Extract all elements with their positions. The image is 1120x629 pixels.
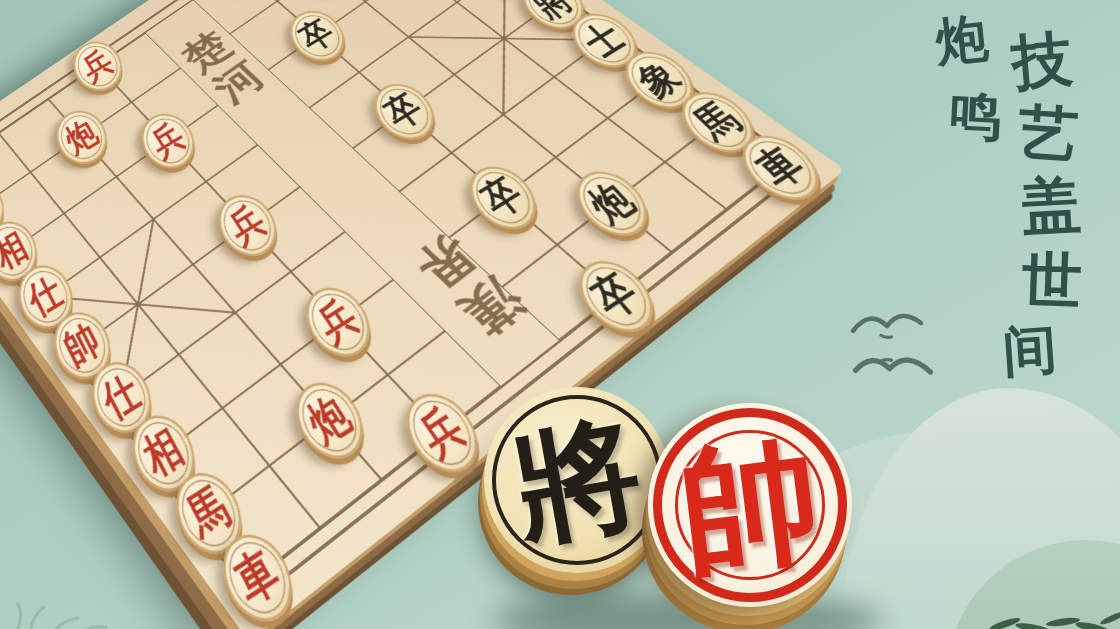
bird-icon bbox=[852, 348, 934, 386]
board-piece-p[interactable]: 卒 bbox=[457, 156, 549, 240]
board-piece-P[interactable]: 兵 bbox=[132, 104, 205, 178]
red-general-piece: 帥 bbox=[648, 403, 852, 607]
calligraphy-column-small: 炮鸣 bbox=[930, 8, 994, 147]
board-piece-P[interactable]: 兵 bbox=[64, 33, 131, 100]
board-piece-c[interactable]: 炮 bbox=[563, 161, 661, 248]
red-general-glyph: 帥 bbox=[673, 428, 827, 582]
black-general-glyph: 將 bbox=[505, 408, 650, 553]
calligraphy-char: 盖 bbox=[1013, 168, 1089, 245]
calligraphy-char: 技 bbox=[1003, 21, 1081, 100]
piece-glyph: 象 bbox=[625, 51, 693, 108]
calligraphy-char: 艺 bbox=[1010, 95, 1087, 173]
piece-glyph: 卒 bbox=[291, 11, 345, 62]
piece-glyph: 兵 bbox=[142, 113, 193, 168]
calligraphy-char: 世 bbox=[1015, 243, 1090, 319]
piece-glyph: 車 bbox=[742, 135, 819, 200]
piece-glyph: 兵 bbox=[219, 195, 276, 256]
piece-glyph: 炮 bbox=[58, 110, 106, 164]
piece-glyph: 兵 bbox=[75, 41, 121, 91]
foliage-silhouette bbox=[6, 590, 156, 629]
board-piece-P[interactable]: 兵 bbox=[294, 276, 383, 368]
piece-glyph: 卒 bbox=[579, 261, 653, 332]
calligraphy-char: 鸣 bbox=[942, 83, 1009, 150]
board-piece-p[interactable]: 卒 bbox=[363, 74, 446, 149]
piece-glyph: 馬 bbox=[682, 92, 754, 153]
board-piece-p[interactable]: 卒 bbox=[565, 249, 668, 344]
xiangqi-splash-scene: 楚河 界漢 車馬象士將士象馬車炮炮卒卒卒卒卒兵兵兵兵兵炮炮車馬相仕帥仕相馬車 將… bbox=[0, 0, 1120, 629]
calligraphy-column-large: 技艺盖世间 bbox=[1008, 24, 1080, 383]
board-piece-P[interactable]: 兵 bbox=[393, 381, 493, 485]
board-piece-p[interactable]: 卒 bbox=[280, 2, 356, 70]
piece-glyph: 炮 bbox=[577, 171, 648, 236]
bamboo-leaves bbox=[985, 588, 1120, 629]
calligraphy-char: 间 bbox=[992, 315, 1068, 386]
board-piece-P[interactable]: 兵 bbox=[207, 185, 288, 267]
calligraphy-char: 炮 bbox=[927, 5, 997, 75]
piece-glyph: 車 bbox=[224, 535, 291, 621]
board-piece-C[interactable]: 炮 bbox=[283, 371, 376, 472]
piece-glyph: 炮 bbox=[297, 383, 363, 459]
bird-icon bbox=[850, 306, 924, 340]
piece-glyph: 兵 bbox=[407, 394, 478, 472]
piece-glyph: 卒 bbox=[375, 84, 434, 140]
piece-glyph: 卒 bbox=[470, 166, 536, 229]
board-piece-C[interactable]: 炮 bbox=[47, 102, 116, 174]
black-general-piece: 將 bbox=[484, 387, 670, 573]
piece-glyph: 兵 bbox=[307, 288, 370, 357]
